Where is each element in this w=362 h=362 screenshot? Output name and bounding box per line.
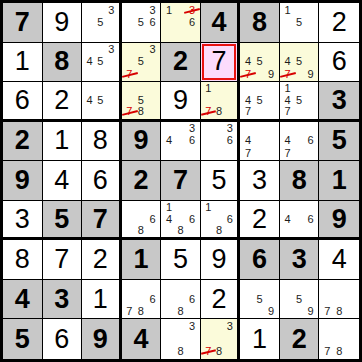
cell-r4c6[interactable]: 36 [201,122,241,162]
given-digit: 3 [332,87,347,114]
candidate-7: 7 [124,305,136,317]
candidate-6: 6 [186,16,198,28]
candidate-marks: 78 [319,280,359,319]
solved-digit: 5 [173,246,188,273]
cell-r7c9[interactable]: 4 [319,240,359,280]
cell-r2c6[interactable]: 7 [201,43,241,83]
candidate-5: 5 [293,56,305,68]
candidate-4: 4 [282,213,294,225]
cell-r9c3[interactable]: 9 [82,319,122,359]
candidate-3: 3 [147,4,159,16]
solved-digit: 8 [93,127,108,154]
cell-r5c4[interactable]: 2 [122,161,162,201]
given-digit: 7 [15,9,30,36]
candidate-marks: 59 [280,280,319,319]
candidate-7: 7 [242,147,254,159]
solved-digit: 2 [332,9,347,36]
cell-r5c9[interactable]: 1 [319,161,359,201]
candidate-marks: 35 [82,3,119,42]
candidate-6: 6 [186,135,198,147]
candidate-marks: 68 [161,280,200,319]
solved-digit: 7 [212,48,227,75]
given-digit: 6 [252,246,267,273]
solved-digit: 6 [93,167,108,194]
cell-r5c8[interactable]: 8 [280,161,320,201]
cell-r2c7[interactable]: 4579 [240,43,280,83]
cell-r7c2[interactable]: 7 [43,240,83,280]
solved-digit: 9 [173,87,188,114]
candidate-5: 5 [135,16,147,28]
candidate-marks: 136 [161,3,200,42]
cell-r3c4[interactable]: 578 [122,82,162,122]
candidate-5: 5 [95,95,106,107]
cell-r1c5[interactable]: 136 [161,3,201,43]
cell-r9c4[interactable]: 4 [122,319,162,359]
candidate-3: 3 [224,320,235,333]
candidate-marks: 78 [319,319,359,359]
candidate-1: 1 [163,4,175,16]
given-digit: 9 [15,167,30,194]
cell-r8c1[interactable]: 4 [3,280,43,320]
cell-r9c5[interactable]: 38 [161,319,201,359]
candidate-9: 9 [305,305,317,317]
candidate-8: 8 [135,305,147,317]
candidate-marks: 178 [201,82,238,119]
solved-digit: 6 [332,48,347,75]
given-digit: 5 [15,326,30,353]
struck-candidate-7: 7 [282,68,294,80]
solved-digit: 1 [15,48,30,75]
candidate-4: 4 [282,56,294,68]
given-digit: 7 [173,167,188,194]
given-digit: 9 [133,127,148,154]
solved-digit: 3 [15,206,30,233]
cell-r5c5[interactable]: 7 [161,161,201,201]
candidate-1: 1 [203,202,214,214]
candidate-8: 8 [214,345,225,358]
cell-r3c9[interactable]: 3 [319,82,359,122]
candidate-3: 3 [224,123,235,135]
cell-r8c6[interactable]: 2 [201,280,241,320]
cell-r9c8[interactable]: 2 [280,319,320,359]
candidate-marks: 15 [280,3,319,42]
candidate-marks: 46 [280,201,319,238]
cell-r8c2[interactable]: 3 [43,280,83,320]
given-digit: 4 [212,9,227,36]
cell-r7c3[interactable]: 2 [82,240,122,280]
candidate-6: 6 [305,213,317,225]
candidate-marks: 45 [82,82,119,119]
cell-r5c3[interactable]: 6 [82,161,122,201]
cell-r9c1[interactable]: 5 [3,319,43,359]
cell-r6c9[interactable]: 9 [319,201,359,241]
solved-digit: 9 [54,9,69,36]
candidate-marks: 36 [201,122,238,161]
candidate-marks: 678 [122,280,161,319]
cell-r6c3[interactable]: 7 [82,201,122,241]
candidate-4: 4 [163,213,175,225]
struck-candidate-3: 3 [186,4,198,16]
candidate-5: 5 [95,16,106,28]
given-digit: 2 [292,326,307,353]
candidate-4: 4 [84,56,95,68]
given-digit: 4 [133,326,148,353]
cell-r8c4[interactable]: 678 [122,280,162,320]
given-digit: 5 [332,127,347,154]
cell-r3c6[interactable]: 178 [201,82,241,122]
cell-r4c1[interactable]: 2 [3,122,43,162]
candidate-8: 8 [175,345,187,358]
cell-r7c4[interactable]: 1 [122,240,162,280]
candidate-4: 4 [84,95,95,107]
solved-digit: 8 [15,246,30,273]
candidate-9: 9 [265,68,277,80]
cell-r4c4[interactable]: 9 [122,122,162,162]
candidate-4: 4 [163,135,175,147]
candidate-7: 7 [242,106,254,118]
cell-r1c2[interactable]: 9 [43,3,83,43]
solved-digit: 1 [252,326,267,353]
cell-r1c7[interactable]: 8 [240,3,280,43]
candidate-marks: 4579 [280,43,319,82]
given-digit: 5 [54,206,69,233]
candidate-7: 7 [321,345,333,358]
candidate-marks: 38 [161,319,200,359]
cell-r1c3[interactable]: 35 [82,3,122,43]
candidate-6: 6 [305,135,317,147]
struck-candidate-7: 7 [242,68,254,80]
solved-digit: 6 [15,87,30,114]
cell-r9c7[interactable]: 1 [240,319,280,359]
cell-r6c5[interactable]: 1468 [161,201,201,241]
candidate-8: 8 [333,305,345,317]
cell-r8c9[interactable]: 78 [319,280,359,320]
candidate-9: 9 [265,305,277,317]
candidate-1: 1 [203,83,214,95]
given-digit: 3 [54,286,69,313]
solved-digit: 2 [93,246,108,273]
candidate-1: 1 [163,202,175,214]
candidate-3: 3 [186,123,198,135]
cell-r5c6[interactable]: 5 [201,161,241,201]
candidate-6: 6 [147,16,159,28]
candidate-5: 5 [254,95,266,107]
candidate-6: 6 [186,293,198,305]
candidate-marks: 1468 [161,201,200,238]
candidate-marks: 59 [240,280,279,319]
given-digit: 1 [133,246,148,273]
candidate-7: 7 [321,305,333,317]
candidate-marks: 47 [240,122,279,161]
cell-r1c8[interactable]: 15 [280,3,320,43]
candidate-4: 4 [242,56,254,68]
solved-digit: 4 [54,167,69,194]
candidate-4: 4 [282,135,294,147]
candidate-marks: 168 [201,201,238,238]
cell-r4c8[interactable]: 467 [280,122,320,162]
candidate-6: 6 [147,213,159,225]
cell-r2c8[interactable]: 4579 [280,43,320,83]
cell-r3c8[interactable]: 1457 [280,82,320,122]
given-digit: 2 [173,48,188,75]
candidate-5: 5 [135,56,147,68]
cell-r4c5[interactable]: 346 [161,122,201,162]
solved-digit: 2 [252,206,267,233]
solved-digit: 4 [332,246,347,273]
given-digit: 4 [15,286,30,313]
cell-r6c7[interactable]: 2 [240,201,280,241]
given-digit: 3 [292,246,307,273]
cell-r1c4[interactable]: 356 [122,3,162,43]
given-digit: 7 [93,206,108,233]
cell-r5c2[interactable]: 4 [43,161,83,201]
cell-r2c4[interactable]: 357 [122,43,162,83]
cell-r2c3[interactable]: 345 [82,43,122,83]
candidate-9: 9 [305,68,317,80]
cell-r7c5[interactable]: 5 [161,240,201,280]
cell-r8c3[interactable]: 1 [82,280,122,320]
solved-digit: 5 [212,167,227,194]
solved-digit: 1 [54,127,69,154]
candidate-1: 1 [282,83,294,95]
cell-r3c7[interactable]: 457 [240,82,280,122]
candidate-8: 8 [135,225,147,237]
struck-candidate-7: 7 [124,68,136,80]
candidate-marks: 356 [122,3,161,42]
cell-r7c6[interactable]: 9 [201,240,241,280]
candidate-5: 5 [254,293,266,305]
cell-r5c7[interactable]: 3 [240,161,280,201]
cell-r9c9[interactable]: 78 [319,319,359,359]
candidate-6: 6 [147,293,159,305]
candidate-marks: 346 [161,122,200,161]
candidate-marks: 457 [240,82,279,119]
solved-digit: 3 [252,167,267,194]
struck-candidate-7: 7 [203,345,214,358]
candidate-5: 5 [293,16,305,28]
given-digit: 9 [93,326,108,353]
candidate-3: 3 [106,4,117,16]
given-digit: 1 [332,167,347,194]
candidate-1: 1 [282,4,294,16]
candidate-5: 5 [254,56,266,68]
given-digit: 2 [133,167,148,194]
struck-candidate-7: 7 [124,106,136,118]
cell-r3c5[interactable]: 9 [161,82,201,122]
cell-r7c8[interactable]: 3 [280,240,320,280]
given-digit: 8 [292,167,307,194]
cell-r8c7[interactable]: 59 [240,280,280,320]
cell-r6c8[interactable]: 46 [280,201,320,241]
candidate-4: 4 [242,135,254,147]
candidate-8: 8 [333,345,345,358]
given-digit: 8 [252,9,267,36]
solved-digit: 7 [54,246,69,273]
candidate-6: 6 [224,135,235,147]
candidate-3: 3 [147,44,159,56]
candidate-5: 5 [293,293,305,305]
struck-candidate-7: 7 [203,106,214,118]
cell-r9c6[interactable]: 378 [201,319,241,359]
candidate-marks: 357 [122,43,161,82]
cell-r2c1[interactable]: 1 [3,43,43,83]
candidate-8: 8 [175,225,187,237]
solved-digit: 2 [212,286,227,313]
cell-r4c9[interactable]: 5 [319,122,359,162]
candidate-marks: 578 [122,82,161,119]
candidate-marks: 68 [122,201,161,238]
candidate-7: 7 [282,106,294,118]
cell-r4c3[interactable]: 8 [82,122,122,162]
candidate-3: 3 [106,44,117,56]
candidate-7: 7 [282,147,294,159]
cell-r6c1[interactable]: 3 [3,201,43,241]
cell-r7c1[interactable]: 8 [3,240,43,280]
candidate-marks: 378 [201,319,238,359]
cell-r4c7[interactable]: 47 [240,122,280,162]
candidate-6: 6 [224,213,235,225]
cell-r7c7[interactable]: 6 [240,240,280,280]
cell-r1c6[interactable]: 4 [201,3,241,43]
cell-r9c2[interactable]: 6 [43,319,83,359]
cell-r2c9[interactable]: 6 [319,43,359,83]
candidate-8: 8 [175,305,187,317]
solved-digit: 1 [93,286,108,313]
candidate-3: 3 [186,320,198,333]
solved-digit: 9 [212,246,227,273]
cell-r1c1[interactable]: 7 [3,3,43,43]
candidate-marks: 345 [82,43,119,82]
candidate-6: 6 [186,213,198,225]
given-digit: 2 [15,127,30,154]
cell-r5c1[interactable]: 9 [3,161,43,201]
cell-r6c4[interactable]: 68 [122,201,162,241]
cell-r4c2[interactable]: 1 [43,122,83,162]
solved-digit: 2 [54,87,69,114]
cell-r3c2[interactable]: 2 [43,82,83,122]
candidate-5: 5 [293,95,305,107]
cell-r6c6[interactable]: 168 [201,201,241,241]
cell-r8c8[interactable]: 59 [280,280,320,320]
candidate-5: 5 [95,56,106,68]
solved-digit: 6 [54,326,69,353]
candidate-marks: 4579 [240,43,279,82]
sudoku-board: 7935356136481521834535727457945796624557… [0,0,362,362]
given-digit: 9 [332,206,347,233]
given-digit: 8 [54,48,69,75]
cell-r3c3[interactable]: 45 [82,82,122,122]
cell-r1c9[interactable]: 2 [319,3,359,43]
cell-r2c5[interactable]: 2 [161,43,201,83]
candidate-8: 8 [214,225,225,237]
cell-r3c1[interactable]: 6 [3,82,43,122]
candidate-marks: 467 [280,122,319,161]
cell-r8c5[interactable]: 68 [161,280,201,320]
cell-r6c2[interactable]: 5 [43,201,83,241]
cell-r2c2[interactable]: 8 [43,43,83,83]
candidate-marks: 1457 [280,82,319,119]
